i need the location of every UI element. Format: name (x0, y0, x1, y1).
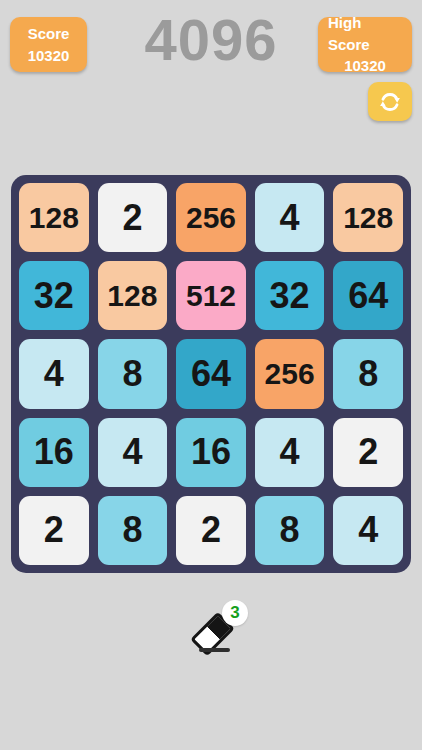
restart-button[interactable] (368, 82, 412, 121)
tile[interactable]: 128 (19, 183, 89, 252)
tile[interactable]: 2 (176, 496, 246, 565)
tile[interactable]: 32 (19, 261, 89, 330)
high-score-label: High Score (328, 12, 402, 56)
tile[interactable]: 4 (255, 183, 325, 252)
tile[interactable]: 32 (255, 261, 325, 330)
tile[interactable]: 2 (333, 418, 403, 487)
tile[interactable]: 8 (255, 496, 325, 565)
tile[interactable]: 4 (19, 339, 89, 408)
high-score-value: 10320 (344, 55, 386, 77)
game-board[interactable]: 1282256412832128512326448642568164164228… (11, 175, 411, 573)
tile[interactable]: 128 (333, 183, 403, 252)
tile[interactable]: 4 (98, 418, 168, 487)
tile[interactable]: 64 (176, 339, 246, 408)
eraser-count-badge: 3 (222, 600, 248, 626)
tile[interactable]: 2 (98, 183, 168, 252)
tile[interactable]: 8 (98, 496, 168, 565)
eraser-line (199, 648, 230, 652)
tile[interactable]: 4 (255, 418, 325, 487)
refresh-icon (377, 89, 403, 115)
tile[interactable]: 128 (98, 261, 168, 330)
tile[interactable]: 16 (19, 418, 89, 487)
high-score-badge: High Score 10320 (318, 17, 412, 72)
tile[interactable]: 256 (176, 183, 246, 252)
tile[interactable]: 2 (19, 496, 89, 565)
footer: 3 (0, 606, 422, 658)
tile[interactable]: 64 (333, 261, 403, 330)
tile[interactable]: 256 (255, 339, 325, 408)
tile[interactable]: 16 (176, 418, 246, 487)
tile[interactable]: 512 (176, 261, 246, 330)
tile[interactable]: 8 (333, 339, 403, 408)
eraser-button[interactable]: 3 (190, 606, 242, 658)
tile[interactable]: 4 (333, 496, 403, 565)
game-screen: Score 10320 4096 High Score 10320 128225… (0, 0, 422, 750)
tile[interactable]: 8 (98, 339, 168, 408)
